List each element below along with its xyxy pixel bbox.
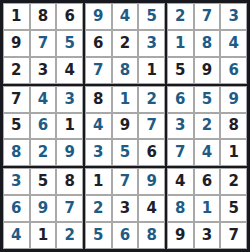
cell-r5c5[interactable]: 9 bbox=[112, 113, 139, 140]
cell-r2c7[interactable]: 1 bbox=[167, 30, 194, 57]
cell-r6c6[interactable]: 6 bbox=[138, 139, 165, 166]
cell-r3c9[interactable]: 6 bbox=[220, 57, 247, 84]
cell-r9c1[interactable]: 4 bbox=[3, 222, 30, 249]
cell-r3c8[interactable]: 9 bbox=[194, 57, 221, 84]
cell-r8c7[interactable]: 8 bbox=[167, 195, 194, 222]
cell-r9c5[interactable]: 6 bbox=[112, 222, 139, 249]
cell-r4c7[interactable]: 6 bbox=[167, 86, 194, 113]
cell-r7c3[interactable]: 8 bbox=[56, 168, 83, 195]
cell-r7c5[interactable]: 7 bbox=[112, 168, 139, 195]
cell-r8c3[interactable]: 7 bbox=[56, 195, 83, 222]
cell-r9c8[interactable]: 3 bbox=[194, 222, 221, 249]
cell-r6c2[interactable]: 2 bbox=[30, 139, 57, 166]
cell-r1c7[interactable]: 2 bbox=[167, 3, 194, 30]
cell-r2c1[interactable]: 9 bbox=[3, 30, 30, 57]
cell-r6c5[interactable]: 5 bbox=[112, 139, 139, 166]
cell-r5c8[interactable]: 2 bbox=[194, 113, 221, 140]
cell-r8c8[interactable]: 1 bbox=[194, 195, 221, 222]
cell-r8c9[interactable]: 5 bbox=[220, 195, 247, 222]
cell-r2c4[interactable]: 6 bbox=[85, 30, 112, 57]
cell-r8c6[interactable]: 4 bbox=[138, 195, 165, 222]
cell-r9c2[interactable]: 1 bbox=[30, 222, 57, 249]
cell-r6c3[interactable]: 9 bbox=[56, 139, 83, 166]
cell-r2c8[interactable]: 8 bbox=[194, 30, 221, 57]
cell-r2c2[interactable]: 7 bbox=[30, 30, 57, 57]
cell-r8c2[interactable]: 9 bbox=[30, 195, 57, 222]
cell-r3c4[interactable]: 7 bbox=[85, 57, 112, 84]
cell-r1c2[interactable]: 8 bbox=[30, 3, 57, 30]
cell-r5c6[interactable]: 7 bbox=[138, 113, 165, 140]
cell-r5c3[interactable]: 1 bbox=[56, 113, 83, 140]
cell-r6c8[interactable]: 4 bbox=[194, 139, 221, 166]
cell-r4c8[interactable]: 5 bbox=[194, 86, 221, 113]
cell-r5c2[interactable]: 6 bbox=[30, 113, 57, 140]
cell-r1c6[interactable]: 5 bbox=[138, 3, 165, 30]
cell-r4c4[interactable]: 8 bbox=[85, 86, 112, 113]
cell-r9c9[interactable]: 7 bbox=[220, 222, 247, 249]
cell-r2c6[interactable]: 3 bbox=[138, 30, 165, 57]
cell-r2c9[interactable]: 4 bbox=[220, 30, 247, 57]
cell-r3c1[interactable]: 2 bbox=[3, 57, 30, 84]
cell-r5c7[interactable]: 3 bbox=[167, 113, 194, 140]
cell-r7c6[interactable]: 9 bbox=[138, 168, 165, 195]
cell-r5c1[interactable]: 5 bbox=[3, 113, 30, 140]
cell-r5c4[interactable]: 4 bbox=[85, 113, 112, 140]
cell-r3c6[interactable]: 1 bbox=[138, 57, 165, 84]
cell-r1c3[interactable]: 6 bbox=[56, 3, 83, 30]
cell-r4c6[interactable]: 2 bbox=[138, 86, 165, 113]
cell-r1c4[interactable]: 9 bbox=[85, 3, 112, 30]
cell-r6c4[interactable]: 3 bbox=[85, 139, 112, 166]
cell-r9c4[interactable]: 5 bbox=[85, 222, 112, 249]
cell-r4c9[interactable]: 9 bbox=[220, 86, 247, 113]
cell-r3c3[interactable]: 4 bbox=[56, 57, 83, 84]
cell-r7c1[interactable]: 3 bbox=[3, 168, 30, 195]
cell-r7c9[interactable]: 2 bbox=[220, 168, 247, 195]
cell-r2c3[interactable]: 5 bbox=[56, 30, 83, 57]
cell-r6c7[interactable]: 7 bbox=[167, 139, 194, 166]
cell-r3c2[interactable]: 3 bbox=[30, 57, 57, 84]
cell-r4c2[interactable]: 4 bbox=[30, 86, 57, 113]
cell-r4c1[interactable]: 7 bbox=[3, 86, 30, 113]
cell-r6c9[interactable]: 1 bbox=[220, 139, 247, 166]
cell-r4c3[interactable]: 3 bbox=[56, 86, 83, 113]
cell-r5c9[interactable]: 8 bbox=[220, 113, 247, 140]
cell-r8c4[interactable]: 2 bbox=[85, 195, 112, 222]
cell-r3c5[interactable]: 8 bbox=[112, 57, 139, 84]
sudoku-board: 1869452739756231842347815967438126595614… bbox=[0, 0, 250, 252]
cell-r1c1[interactable]: 1 bbox=[3, 3, 30, 30]
cell-r1c5[interactable]: 4 bbox=[112, 3, 139, 30]
cell-r7c7[interactable]: 4 bbox=[167, 168, 194, 195]
cell-r1c8[interactable]: 7 bbox=[194, 3, 221, 30]
cell-r4c5[interactable]: 1 bbox=[112, 86, 139, 113]
cell-r2c5[interactable]: 2 bbox=[112, 30, 139, 57]
cell-r9c3[interactable]: 2 bbox=[56, 222, 83, 249]
cell-r7c2[interactable]: 5 bbox=[30, 168, 57, 195]
cell-r1c9[interactable]: 3 bbox=[220, 3, 247, 30]
cell-r9c6[interactable]: 8 bbox=[138, 222, 165, 249]
cell-r8c5[interactable]: 3 bbox=[112, 195, 139, 222]
cell-r8c1[interactable]: 6 bbox=[3, 195, 30, 222]
cell-r3c7[interactable]: 5 bbox=[167, 57, 194, 84]
cell-r7c8[interactable]: 6 bbox=[194, 168, 221, 195]
cell-r9c7[interactable]: 9 bbox=[167, 222, 194, 249]
cell-r7c4[interactable]: 1 bbox=[85, 168, 112, 195]
cell-r6c1[interactable]: 8 bbox=[3, 139, 30, 166]
